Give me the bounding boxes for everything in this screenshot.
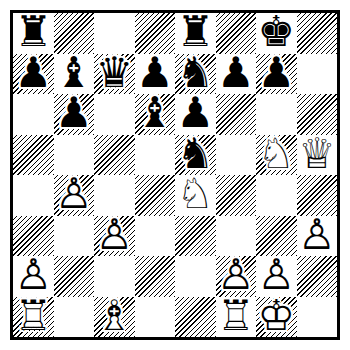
white-pawn-icon: ♙ <box>13 255 54 296</box>
piece-black-king[interactable]: ♚♚ <box>256 13 297 54</box>
black-pawn-halo: ♟ <box>54 93 95 134</box>
square-f8[interactable] <box>216 13 257 54</box>
square-d5[interactable] <box>135 135 176 176</box>
white-queen-icon: ♕ <box>297 134 338 175</box>
white-pawn-halo: ♟ <box>216 255 257 296</box>
piece-black-bishop[interactable]: ♝♝ <box>135 94 176 135</box>
white-pawn-icon: ♙ <box>216 255 257 296</box>
square-b4[interactable]: ♟♙ <box>54 175 95 216</box>
square-f6[interactable] <box>216 94 257 135</box>
black-bishop-halo: ♝ <box>54 53 95 94</box>
square-e1[interactable] <box>175 297 216 338</box>
white-knight-icon: ♘ <box>256 134 297 175</box>
square-h2[interactable] <box>297 256 338 297</box>
square-c6[interactable] <box>94 94 135 135</box>
piece-black-bishop[interactable]: ♝♝ <box>54 54 95 95</box>
black-queen-icon: ♛ <box>94 53 135 94</box>
black-pawn-halo: ♟ <box>135 53 176 94</box>
square-b1[interactable] <box>54 297 95 338</box>
white-rook-icon: ♖ <box>216 296 257 337</box>
white-rook-halo: ♜ <box>13 296 54 337</box>
square-e6[interactable]: ♟♟ <box>175 94 216 135</box>
white-bishop-halo: ♝ <box>94 296 135 337</box>
black-rook-icon: ♜ <box>13 12 54 53</box>
square-c8[interactable] <box>94 13 135 54</box>
white-pawn-halo: ♟ <box>13 255 54 296</box>
square-e7[interactable]: ♞♞ <box>175 54 216 95</box>
square-h6[interactable] <box>297 94 338 135</box>
black-knight-icon: ♞ <box>175 134 216 175</box>
square-a6[interactable] <box>13 94 54 135</box>
square-a5[interactable] <box>13 135 54 176</box>
square-a7[interactable]: ♟♟ <box>13 54 54 95</box>
black-bishop-icon: ♝ <box>135 93 176 134</box>
white-pawn-icon: ♙ <box>256 255 297 296</box>
white-knight-halo: ♞ <box>256 134 297 175</box>
square-f3[interactable] <box>216 216 257 257</box>
square-b8[interactable] <box>54 13 95 54</box>
black-pawn-halo: ♟ <box>175 93 216 134</box>
black-king-halo: ♚ <box>256 12 297 53</box>
square-h4[interactable] <box>297 175 338 216</box>
piece-white-bishop[interactable]: ♝♗ <box>94 297 135 338</box>
piece-black-knight[interactable]: ♞♞ <box>175 135 216 176</box>
square-b3[interactable] <box>54 216 95 257</box>
square-d8[interactable] <box>135 13 176 54</box>
white-pawn-halo: ♟ <box>256 255 297 296</box>
square-b7[interactable]: ♝♝ <box>54 54 95 95</box>
piece-black-pawn[interactable]: ♟♟ <box>135 54 176 95</box>
square-d3[interactable] <box>135 216 176 257</box>
piece-white-pawn[interactable]: ♟♙ <box>54 175 95 216</box>
piece-white-knight[interactable]: ♞♘ <box>256 135 297 176</box>
black-knight-icon: ♞ <box>175 53 216 94</box>
white-bishop-icon: ♗ <box>94 296 135 337</box>
square-c2[interactable] <box>94 256 135 297</box>
black-pawn-icon: ♟ <box>54 93 95 134</box>
piece-black-queen[interactable]: ♛♛ <box>94 54 135 95</box>
square-b5[interactable] <box>54 135 95 176</box>
chess-board: ♜♜♜♜♚♚♟♟♝♝♛♛♟♟♞♞♟♟♟♟♟♟♝♝♟♟♞♞♞♘♛♕♟♙♞♘♟♙♟♙… <box>13 13 337 337</box>
piece-black-pawn[interactable]: ♟♟ <box>216 54 257 95</box>
black-pawn-icon: ♟ <box>175 93 216 134</box>
square-c1[interactable]: ♝♗ <box>94 297 135 338</box>
white-rook-icon: ♖ <box>13 296 54 337</box>
square-b2[interactable] <box>54 256 95 297</box>
square-h3[interactable]: ♟♙ <box>297 216 338 257</box>
piece-black-rook[interactable]: ♜♜ <box>13 13 54 54</box>
piece-white-pawn[interactable]: ♟♙ <box>94 216 135 257</box>
black-king-icon: ♚ <box>256 12 297 53</box>
white-queen-halo: ♛ <box>297 134 338 175</box>
black-bishop-halo: ♝ <box>135 93 176 134</box>
piece-white-knight[interactable]: ♞♘ <box>175 175 216 216</box>
square-c7[interactable]: ♛♛ <box>94 54 135 95</box>
white-pawn-halo: ♟ <box>297 215 338 256</box>
piece-black-pawn[interactable]: ♟♟ <box>13 54 54 95</box>
square-f4[interactable] <box>216 175 257 216</box>
white-knight-icon: ♘ <box>175 174 216 215</box>
square-a8[interactable]: ♜♜ <box>13 13 54 54</box>
white-pawn-icon: ♙ <box>297 215 338 256</box>
square-g3[interactable] <box>256 216 297 257</box>
square-f1[interactable]: ♜♖ <box>216 297 257 338</box>
black-rook-halo: ♜ <box>13 12 54 53</box>
square-a2[interactable]: ♟♙ <box>13 256 54 297</box>
square-h7[interactable] <box>297 54 338 95</box>
square-d2[interactable] <box>135 256 176 297</box>
black-pawn-halo: ♟ <box>13 53 54 94</box>
square-b6[interactable]: ♟♟ <box>54 94 95 135</box>
piece-black-pawn[interactable]: ♟♟ <box>175 94 216 135</box>
white-knight-halo: ♞ <box>175 174 216 215</box>
piece-white-pawn[interactable]: ♟♙ <box>256 256 297 297</box>
square-d7[interactable]: ♟♟ <box>135 54 176 95</box>
piece-white-pawn[interactable]: ♟♙ <box>13 256 54 297</box>
square-d4[interactable] <box>135 175 176 216</box>
square-a4[interactable] <box>13 175 54 216</box>
white-king-icon: ♔ <box>256 296 297 337</box>
black-rook-halo: ♜ <box>175 12 216 53</box>
black-pawn-icon: ♟ <box>216 53 257 94</box>
white-pawn-icon: ♙ <box>94 215 135 256</box>
white-rook-halo: ♜ <box>216 296 257 337</box>
black-queen-halo: ♛ <box>94 53 135 94</box>
piece-black-pawn[interactable]: ♟♟ <box>54 94 95 135</box>
black-pawn-icon: ♟ <box>135 53 176 94</box>
square-f2[interactable]: ♟♙ <box>216 256 257 297</box>
piece-black-knight[interactable]: ♞♞ <box>175 54 216 95</box>
piece-white-king[interactable]: ♚♔ <box>256 297 297 338</box>
square-e3[interactable] <box>175 216 216 257</box>
square-f7[interactable]: ♟♟ <box>216 54 257 95</box>
piece-black-pawn[interactable]: ♟♟ <box>256 54 297 95</box>
black-knight-halo: ♞ <box>175 134 216 175</box>
square-h1[interactable] <box>297 297 338 338</box>
square-c5[interactable] <box>94 135 135 176</box>
black-pawn-icon: ♟ <box>256 53 297 94</box>
piece-black-rook[interactable]: ♜♜ <box>175 13 216 54</box>
square-d1[interactable] <box>135 297 176 338</box>
black-pawn-halo: ♟ <box>216 53 257 94</box>
square-a1[interactable]: ♜♖ <box>13 297 54 338</box>
chess-diagram: ♜♜♜♜♚♚♟♟♝♝♛♛♟♟♞♞♟♟♟♟♟♟♝♝♟♟♞♞♞♘♛♕♟♙♞♘♟♙♟♙… <box>0 0 350 350</box>
square-g6[interactable] <box>256 94 297 135</box>
square-g1[interactable]: ♚♔ <box>256 297 297 338</box>
square-g8[interactable]: ♚♚ <box>256 13 297 54</box>
square-a3[interactable] <box>13 216 54 257</box>
square-c3[interactable]: ♟♙ <box>94 216 135 257</box>
piece-white-rook[interactable]: ♜♖ <box>216 297 257 338</box>
black-knight-halo: ♞ <box>175 53 216 94</box>
square-e5[interactable]: ♞♞ <box>175 135 216 176</box>
black-pawn-icon: ♟ <box>13 53 54 94</box>
square-e4[interactable]: ♞♘ <box>175 175 216 216</box>
white-pawn-icon: ♙ <box>54 174 95 215</box>
piece-white-queen[interactable]: ♛♕ <box>297 135 338 176</box>
square-d6[interactable]: ♝♝ <box>135 94 176 135</box>
square-f5[interactable] <box>216 135 257 176</box>
white-king-halo: ♚ <box>256 296 297 337</box>
square-g5[interactable]: ♞♘ <box>256 135 297 176</box>
black-rook-icon: ♜ <box>175 12 216 53</box>
piece-white-pawn[interactable]: ♟♙ <box>297 216 338 257</box>
white-pawn-halo: ♟ <box>94 215 135 256</box>
black-pawn-halo: ♟ <box>256 53 297 94</box>
piece-white-pawn[interactable]: ♟♙ <box>216 256 257 297</box>
square-g4[interactable] <box>256 175 297 216</box>
square-e2[interactable] <box>175 256 216 297</box>
square-g7[interactable]: ♟♟ <box>256 54 297 95</box>
black-bishop-icon: ♝ <box>54 53 95 94</box>
square-h5[interactable]: ♛♕ <box>297 135 338 176</box>
board-frame: ♜♜♜♜♚♚♟♟♝♝♛♛♟♟♞♞♟♟♟♟♟♟♝♝♟♟♞♞♞♘♛♕♟♙♞♘♟♙♟♙… <box>10 10 340 340</box>
square-e8[interactable]: ♜♜ <box>175 13 216 54</box>
piece-white-rook[interactable]: ♜♖ <box>13 297 54 338</box>
square-c4[interactable] <box>94 175 135 216</box>
square-g2[interactable]: ♟♙ <box>256 256 297 297</box>
square-h8[interactable] <box>297 13 338 54</box>
white-pawn-halo: ♟ <box>54 174 95 215</box>
